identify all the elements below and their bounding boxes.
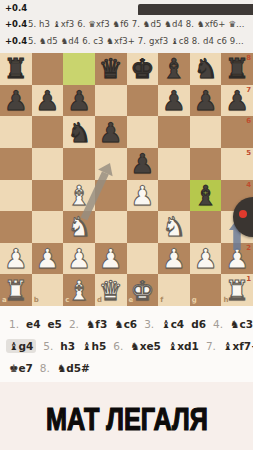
file-label: a	[2, 297, 7, 304]
square-h5[interactable]: 5	[221, 148, 253, 180]
engine-line-1[interactable]: +0.4	[0, 1, 253, 15]
square-g3[interactable]	[190, 211, 222, 243]
file-label: f	[160, 297, 163, 304]
piece-black-bishop: ♝	[162, 55, 186, 82]
square-g7[interactable]: ♟	[190, 85, 222, 117]
square-c5[interactable]	[63, 148, 95, 180]
square-g6[interactable]	[190, 116, 222, 148]
engine-analysis-panel: +0.4 +0.4 5. h3 ♝xf3 6. ♛xf3 ♞f6 7. ♞d5 …	[0, 0, 253, 53]
square-h7[interactable]: ♟7	[221, 85, 253, 117]
notification-dot	[239, 210, 247, 218]
piece-white-king: ♚	[130, 277, 154, 304]
move[interactable]: ♝h5	[82, 340, 106, 352]
piece-white-knight: ♞	[162, 213, 186, 240]
square-f7[interactable]: ♟	[158, 85, 190, 117]
rank-label: 8	[246, 55, 251, 62]
piece-white-pawn: ♟	[193, 245, 217, 272]
square-e7[interactable]	[127, 85, 159, 117]
eval-badge: +0.4	[5, 19, 28, 29]
move[interactable]: ♞d5#	[57, 362, 90, 374]
board: ♜♛♚♝♞♜8♟♟♟♟♟♟7♞♟6♟5♝♟♝4♞♞3♟♟♟♟♟♟♟2♜ab♝c♛…	[0, 53, 253, 306]
move[interactable]: ♞c3	[230, 318, 253, 330]
square-e5[interactable]: ♟	[127, 148, 159, 180]
square-h2[interactable]: ♟2	[221, 243, 253, 275]
move[interactable]: h3	[60, 340, 75, 352]
piece-white-rook: ♜	[4, 277, 28, 304]
piece-black-bishop: ♝	[193, 182, 217, 209]
move-number: 5.	[43, 340, 53, 352]
square-a2[interactable]: ♟	[0, 243, 32, 275]
piece-black-king: ♚	[130, 55, 154, 82]
move[interactable]: ♞c6	[114, 318, 137, 330]
square-d6[interactable]: ♟	[95, 116, 127, 148]
square-a7[interactable]: ♟	[0, 85, 32, 117]
square-a5[interactable]	[0, 148, 32, 180]
move[interactable]: ♞xe5	[130, 340, 161, 352]
piece-white-pawn: ♟	[67, 245, 91, 272]
piece-white-pawn: ♟	[35, 245, 59, 272]
piece-black-queen: ♛	[99, 55, 123, 82]
square-f5[interactable]	[158, 148, 190, 180]
move-number: 1.	[9, 318, 19, 330]
move[interactable]: d6	[191, 318, 206, 330]
move[interactable]: ♞f3	[86, 318, 107, 330]
piece-black-pawn: ♟	[162, 87, 186, 114]
piece-white-pawn: ♟	[99, 245, 123, 272]
square-a8[interactable]: ♜	[0, 53, 32, 85]
piece-white-knight: ♞	[67, 213, 91, 240]
move-list-row: ♚e78.♞d5#	[0, 357, 253, 379]
square-e1[interactable]: ♚e	[127, 274, 159, 306]
engine-line-moves: 5. h3 ♝xf3 6. ♛xf3 ♞f6 7. ♞d5 ♞d4 8. ♞xf…	[28, 19, 245, 29]
piece-black-rook: ♜	[4, 55, 28, 82]
square-f3[interactable]: ♞	[158, 211, 190, 243]
square-c8[interactable]	[63, 53, 95, 85]
file-label: b	[34, 297, 39, 304]
square-e8[interactable]: ♚	[127, 53, 159, 85]
square-d3[interactable]	[95, 211, 127, 243]
rank-label: 2	[246, 245, 251, 252]
rank-label: 7	[246, 87, 251, 94]
square-c1[interactable]: ♝c	[63, 274, 95, 306]
square-b2[interactable]: ♟	[32, 243, 64, 275]
piece-white-queen: ♛	[99, 277, 123, 304]
square-e3[interactable]	[127, 211, 159, 243]
square-b4[interactable]	[32, 180, 64, 212]
square-a4[interactable]	[0, 180, 32, 212]
square-f1[interactable]: f	[158, 274, 190, 306]
square-f2[interactable]: ♟	[158, 243, 190, 275]
square-f8[interactable]: ♝	[158, 53, 190, 85]
piece-white-bishop: ♝	[67, 277, 91, 304]
square-c2[interactable]: ♟	[63, 243, 95, 275]
rank-label: 4	[246, 182, 251, 189]
piece-white-pawn: ♟	[130, 182, 154, 209]
move[interactable]: e4	[26, 318, 40, 330]
engine-line-moves: 5. ♞d5 ♞d4 6. c3 ♞xf3+ 7. gxf3 ♝c8 8. d4…	[28, 36, 244, 46]
piece-white-pawn: ♟	[162, 245, 186, 272]
square-b7[interactable]: ♟	[32, 85, 64, 117]
square-e6[interactable]	[127, 116, 159, 148]
piece-black-pawn: ♟	[4, 87, 28, 114]
file-label: d	[97, 297, 102, 304]
square-g1[interactable]: g	[190, 274, 222, 306]
square-h6[interactable]: 6	[221, 116, 253, 148]
eval-badge: +0.4	[5, 3, 28, 13]
piece-black-knight: ♞	[193, 55, 217, 82]
square-h8[interactable]: ♜8	[221, 53, 253, 85]
square-d4[interactable]	[95, 180, 127, 212]
move[interactable]: ♝c4	[161, 318, 184, 330]
square-b8[interactable]	[32, 53, 64, 85]
square-c7[interactable]: ♟	[63, 85, 95, 117]
square-g5[interactable]	[190, 148, 222, 180]
piece-black-pawn: ♟	[35, 87, 59, 114]
move-number: 4.	[213, 318, 223, 330]
page-title: МАТ ЛЕГАЛЯ	[46, 402, 208, 438]
square-e4[interactable]: ♟	[127, 180, 159, 212]
square-a6[interactable]	[0, 116, 32, 148]
square-a1[interactable]: ♜a	[0, 274, 32, 306]
move[interactable]: ♚e7	[9, 362, 33, 374]
rank-label: 1	[246, 276, 251, 283]
square-b6[interactable]	[32, 116, 64, 148]
square-g8[interactable]: ♞	[190, 53, 222, 85]
piece-black-pawn: ♟	[67, 87, 91, 114]
engine-line-3[interactable]: +0.4 5. ♞d5 ♞d4 6. c3 ♞xf3+ 7. gxf3 ♝c8 …	[0, 34, 253, 48]
move-number: 7.	[206, 340, 216, 352]
square-b5[interactable]	[32, 148, 64, 180]
piece-black-pawn: ♟	[193, 87, 217, 114]
square-d5[interactable]	[95, 148, 127, 180]
piece-white-bishop: ♝	[67, 182, 91, 209]
square-b1[interactable]: b	[32, 274, 64, 306]
move-number: 2.	[69, 318, 79, 330]
move-number: 6.	[113, 340, 123, 352]
square-c3[interactable]: ♞	[63, 211, 95, 243]
engine-line-2[interactable]: +0.4 5. h3 ♝xf3 6. ♛xf3 ♞f6 7. ♞d5 ♞d4 8…	[0, 17, 253, 31]
square-d2[interactable]: ♟	[95, 243, 127, 275]
square-c6[interactable]: ♞	[63, 116, 95, 148]
file-label: h	[223, 297, 228, 304]
move-list-row: ♝g45.h3♝h56.♞xe5♝xd17.♝xf7+	[0, 335, 253, 357]
file-label: e	[129, 297, 134, 304]
move-list: 1.e4e52.♞f3♞c63.♝c4d64.♞c3♝g45.h3♝h56.♞x…	[0, 306, 253, 382]
move[interactable]: ♝xf7+	[223, 340, 253, 352]
chess-app: +0.4 +0.4 5. h3 ♝xf3 6. ♛xf3 ♞f6 7. ♞d5 …	[0, 0, 253, 450]
square-d1[interactable]: ♛d	[95, 274, 127, 306]
eval-badge: +0.4	[5, 36, 28, 46]
current-move[interactable]: ♝g4	[6, 339, 36, 353]
move-number: 3.	[144, 318, 154, 330]
file-label: c	[65, 297, 69, 304]
square-f4[interactable]	[158, 180, 190, 212]
move[interactable]: e5	[47, 318, 61, 330]
file-label: g	[192, 297, 197, 304]
rank-label: 5	[246, 150, 251, 157]
square-g4[interactable]: ♝	[190, 180, 222, 212]
square-g2[interactable]: ♟	[190, 243, 222, 275]
square-b3[interactable]	[32, 211, 64, 243]
rank-label: 6	[246, 118, 251, 125]
square-f6[interactable]	[158, 116, 190, 148]
move[interactable]: ♝xd1	[168, 340, 199, 352]
covered-line-overlay	[138, 4, 253, 15]
piece-white-pawn: ♟	[4, 245, 28, 272]
piece-black-knight: ♞	[67, 119, 91, 146]
square-c4[interactable]: ♝	[63, 180, 95, 212]
square-d7[interactable]	[95, 85, 127, 117]
square-d8[interactable]: ♛	[95, 53, 127, 85]
move-list-row: 1.e4e52.♞f3♞c63.♝c4d64.♞c3	[0, 313, 253, 335]
title-area: МАТ ЛЕГАЛЯ	[0, 382, 253, 450]
move-number: 8.	[40, 362, 50, 374]
piece-black-pawn: ♟	[130, 150, 154, 177]
square-h1[interactable]: ♜1h	[221, 274, 253, 306]
square-a3[interactable]	[0, 211, 32, 243]
square-e2[interactable]	[127, 243, 159, 275]
piece-black-pawn: ♟	[99, 119, 123, 146]
